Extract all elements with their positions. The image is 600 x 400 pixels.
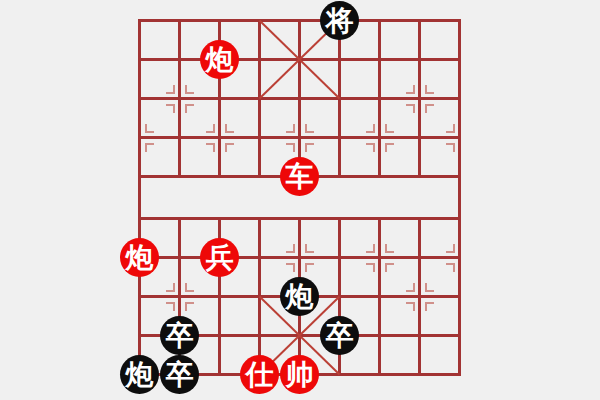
marker-bracket-icon — [425, 302, 434, 311]
marker-bracket-icon — [166, 85, 175, 94]
board-cell — [341, 259, 381, 298]
board-cell — [421, 220, 461, 259]
black-cannon-piece[interactable]: 炮 — [280, 277, 319, 316]
marker-bracket-icon — [185, 104, 194, 113]
board-cell — [301, 100, 341, 139]
board-cell — [341, 139, 381, 178]
marker-bracket-icon — [225, 124, 234, 133]
board-cell — [341, 220, 381, 259]
board-cell — [381, 61, 421, 100]
marker-bracket-icon — [185, 283, 194, 292]
board-cell — [301, 220, 341, 259]
board-cell — [141, 100, 181, 139]
marker-bracket-icon — [206, 124, 215, 133]
board-cell — [261, 100, 301, 139]
red-cannon-piece[interactable]: 炮 — [120, 238, 159, 277]
river-cell — [221, 178, 261, 220]
board-cell — [221, 100, 261, 139]
board-cell — [261, 61, 301, 100]
board-cell — [261, 220, 301, 259]
marker-bracket-icon — [305, 244, 314, 253]
board-cell — [421, 22, 461, 61]
marker-bracket-icon — [185, 302, 194, 311]
marker-bracket-icon — [166, 302, 175, 311]
river-cell — [341, 178, 381, 220]
marker-bracket-icon — [406, 85, 415, 94]
black-general-piece[interactable]: 将 — [320, 1, 359, 40]
marker-bracket-icon — [185, 85, 194, 94]
marker-bracket-icon — [425, 85, 434, 94]
marker-bracket-icon — [166, 283, 175, 292]
marker-bracket-icon — [366, 124, 375, 133]
red-advisor-piece[interactable]: 仕 — [240, 355, 279, 394]
marker-bracket-icon — [206, 143, 215, 152]
xiangqi-screen: 将炮车炮兵炮卒卒炮卒仕帅 — [0, 0, 600, 400]
marker-bracket-icon — [446, 263, 455, 272]
marker-bracket-icon — [286, 263, 295, 272]
board-cell — [341, 61, 381, 100]
board-cell — [141, 22, 181, 61]
marker-bracket-icon — [425, 283, 434, 292]
black-soldier-piece[interactable]: 卒 — [160, 355, 199, 394]
board-cell — [381, 220, 421, 259]
marker-bracket-icon — [286, 124, 295, 133]
marker-bracket-icon — [385, 263, 394, 272]
marker-bracket-icon — [286, 244, 295, 253]
black-soldier-piece[interactable]: 卒 — [160, 316, 199, 355]
river-cell — [421, 178, 461, 220]
marker-bracket-icon — [446, 124, 455, 133]
board-cell — [421, 259, 461, 298]
marker-bracket-icon — [305, 263, 314, 272]
board-cell — [141, 61, 181, 100]
board-cell — [381, 100, 421, 139]
board-cell — [381, 337, 421, 376]
river-cell — [141, 178, 181, 220]
marker-bracket-icon — [305, 124, 314, 133]
marker-bracket-icon — [166, 104, 175, 113]
marker-bracket-icon — [406, 283, 415, 292]
board-cell — [341, 100, 381, 139]
black-soldier-piece[interactable]: 卒 — [320, 316, 359, 355]
marker-bracket-icon — [425, 104, 434, 113]
board-cell — [261, 22, 301, 61]
marker-bracket-icon — [366, 244, 375, 253]
marker-bracket-icon — [145, 143, 154, 152]
board-cell — [381, 298, 421, 337]
marker-bracket-icon — [305, 143, 314, 152]
board-cell — [181, 139, 221, 178]
marker-bracket-icon — [446, 244, 455, 253]
marker-bracket-icon — [406, 302, 415, 311]
board-cell — [421, 139, 461, 178]
black-cannon-piece[interactable]: 炮 — [120, 355, 159, 394]
marker-bracket-icon — [366, 263, 375, 272]
marker-bracket-icon — [385, 244, 394, 253]
xiangqi-board: 将炮车炮兵炮卒卒炮卒仕帅 — [138, 19, 461, 376]
board-cell — [381, 22, 421, 61]
marker-bracket-icon — [145, 124, 154, 133]
board-cell — [421, 337, 461, 376]
board-cell — [221, 298, 261, 337]
board-cell — [421, 61, 461, 100]
marker-bracket-icon — [385, 124, 394, 133]
marker-bracket-icon — [366, 143, 375, 152]
board-cell — [301, 61, 341, 100]
marker-bracket-icon — [385, 143, 394, 152]
red-king-piece[interactable]: 帅 — [280, 355, 319, 394]
red-chariot-piece[interactable]: 车 — [280, 157, 319, 196]
red-soldier-piece[interactable]: 兵 — [200, 238, 239, 277]
marker-bracket-icon — [286, 143, 295, 152]
marker-bracket-icon — [446, 143, 455, 152]
marker-bracket-icon — [225, 143, 234, 152]
river-cell — [181, 178, 221, 220]
river-cell — [381, 178, 421, 220]
red-cannon-piece[interactable]: 炮 — [200, 40, 239, 79]
marker-bracket-icon — [406, 104, 415, 113]
